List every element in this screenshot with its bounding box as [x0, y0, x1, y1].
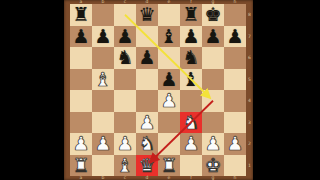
piece-white-knight: ♞	[138, 133, 155, 155]
square-f4[interactable]	[180, 90, 202, 112]
piece-black-pawn: ♟	[116, 25, 133, 47]
square-g3[interactable]	[202, 112, 224, 134]
piece-white-rook: ♜	[160, 154, 177, 176]
rank-labels-right: 87654321	[246, 4, 253, 176]
piece-white-pawn: ♟	[182, 133, 199, 155]
piece-white-pawn: ♟	[226, 133, 243, 155]
piece-white-pawn: ♟	[160, 90, 177, 112]
square-g5[interactable]	[202, 69, 224, 91]
coord-label: 6	[246, 47, 253, 69]
square-c1[interactable]: ♝	[114, 155, 136, 177]
square-a6[interactable]	[70, 47, 92, 69]
square-c8[interactable]	[114, 4, 136, 26]
piece-black-rook: ♜	[72, 4, 89, 26]
piece-black-rook: ♜	[182, 4, 199, 26]
square-c6[interactable]: ♞	[114, 47, 136, 69]
piece-black-pawn: ♟	[138, 47, 155, 69]
coord-label: h	[224, 176, 246, 180]
square-b6[interactable]	[92, 47, 114, 69]
square-a7[interactable]: ♟	[70, 26, 92, 48]
square-d2[interactable]: ♞	[136, 133, 158, 155]
square-c7[interactable]: ♟	[114, 26, 136, 48]
square-b4[interactable]	[92, 90, 114, 112]
square-a5[interactable]	[70, 69, 92, 91]
piece-black-pawn: ♟	[72, 25, 89, 47]
coord-label: 1	[246, 155, 253, 177]
square-f7[interactable]: ♟	[180, 26, 202, 48]
piece-black-bishop: ♝	[160, 25, 177, 47]
square-b5[interactable]: ♝	[92, 69, 114, 91]
piece-white-pawn: ♟	[72, 133, 89, 155]
square-b3[interactable]	[92, 112, 114, 134]
square-f3[interactable]: ♞	[180, 112, 202, 134]
piece-white-pawn: ♟	[116, 133, 133, 155]
square-g1[interactable]: ♚	[202, 155, 224, 177]
square-a4[interactable]	[70, 90, 92, 112]
square-h2[interactable]: ♟	[224, 133, 246, 155]
square-e3[interactable]	[158, 112, 180, 134]
piece-black-pawn: ♟	[204, 25, 221, 47]
square-b2[interactable]: ♟	[92, 133, 114, 155]
square-f1[interactable]	[180, 155, 202, 177]
coord-label: g	[202, 176, 224, 180]
board-grid[interactable]: ♜♛♜♚♟♟♟♝♟♟♟♞♟♞♝♟♝♟♟♞♟♟♟♞♟♟♟♜♝♛♜♚	[70, 4, 246, 176]
piece-black-knight: ♞	[182, 47, 199, 69]
square-h5[interactable]	[224, 69, 246, 91]
square-g6[interactable]	[202, 47, 224, 69]
coord-label: d	[136, 176, 158, 180]
square-b8[interactable]	[92, 4, 114, 26]
square-h6[interactable]	[224, 47, 246, 69]
square-g4[interactable]	[202, 90, 224, 112]
piece-black-pawn: ♟	[226, 25, 243, 47]
piece-black-pawn: ♟	[94, 25, 111, 47]
piece-black-bishop: ♝	[182, 68, 199, 90]
square-d4[interactable]	[136, 90, 158, 112]
coord-label: c	[114, 176, 136, 180]
square-a3[interactable]	[70, 112, 92, 134]
square-c4[interactable]	[114, 90, 136, 112]
piece-white-pawn: ♟	[94, 133, 111, 155]
square-e6[interactable]	[158, 47, 180, 69]
square-h1[interactable]	[224, 155, 246, 177]
chess-board-frame: abcdefgh ♜♛♜♚♟♟♟♝♟♟♟♞♟♞♝♟♝♟♟♞♟♟♟♞♟♟♟♜♝♛♜…	[64, 0, 253, 180]
coord-label: b	[92, 176, 114, 180]
square-c3[interactable]	[114, 112, 136, 134]
square-e4[interactable]: ♟	[158, 90, 180, 112]
piece-white-bishop: ♝	[116, 154, 133, 176]
square-d7[interactable]	[136, 26, 158, 48]
square-d8[interactable]: ♛	[136, 4, 158, 26]
coord-label: 2	[246, 133, 253, 155]
square-g8[interactable]: ♚	[202, 4, 224, 26]
coord-label: 4	[246, 90, 253, 112]
square-h3[interactable]	[224, 112, 246, 134]
square-f6[interactable]: ♞	[180, 47, 202, 69]
square-e7[interactable]: ♝	[158, 26, 180, 48]
coord-label: e	[158, 176, 180, 180]
square-e2[interactable]	[158, 133, 180, 155]
square-e5[interactable]: ♟	[158, 69, 180, 91]
piece-white-king: ♚	[204, 154, 221, 176]
square-d1[interactable]: ♛	[136, 155, 158, 177]
square-h7[interactable]: ♟	[224, 26, 246, 48]
coord-label: a	[70, 176, 92, 180]
piece-white-pawn: ♟	[204, 133, 221, 155]
piece-white-knight: ♞	[182, 111, 199, 133]
coord-label: 8	[246, 4, 253, 26]
square-a1[interactable]: ♜	[70, 155, 92, 177]
square-a2[interactable]: ♟	[70, 133, 92, 155]
coord-label: 7	[246, 26, 253, 48]
square-f8[interactable]: ♜	[180, 4, 202, 26]
background: abcdefgh ♜♛♜♚♟♟♟♝♟♟♟♞♟♞♝♟♝♟♟♞♟♟♟♞♟♟♟♜♝♛♜…	[0, 0, 320, 180]
coord-label: f	[180, 176, 202, 180]
square-b1[interactable]	[92, 155, 114, 177]
square-d5[interactable]	[136, 69, 158, 91]
square-h8[interactable]	[224, 4, 246, 26]
square-h4[interactable]	[224, 90, 246, 112]
piece-black-queen: ♛	[138, 4, 155, 26]
piece-white-pawn: ♟	[138, 111, 155, 133]
piece-black-knight: ♞	[116, 47, 133, 69]
coord-label: 5	[246, 69, 253, 91]
piece-black-pawn: ♟	[182, 25, 199, 47]
square-f2[interactable]: ♟	[180, 133, 202, 155]
square-f5[interactable]: ♝	[180, 69, 202, 91]
square-b7[interactable]: ♟	[92, 26, 114, 48]
piece-black-pawn: ♟	[160, 68, 177, 90]
square-g7[interactable]: ♟	[202, 26, 224, 48]
square-d3[interactable]: ♟	[136, 112, 158, 134]
square-a8[interactable]: ♜	[70, 4, 92, 26]
square-e8[interactable]	[158, 4, 180, 26]
piece-black-king: ♚	[204, 4, 221, 26]
square-d6[interactable]: ♟	[136, 47, 158, 69]
square-g2[interactable]: ♟	[202, 133, 224, 155]
square-c5[interactable]	[114, 69, 136, 91]
coord-label: 3	[246, 112, 253, 134]
square-e1[interactable]: ♜	[158, 155, 180, 177]
piece-white-rook: ♜	[72, 154, 89, 176]
square-c2[interactable]: ♟	[114, 133, 136, 155]
piece-white-bishop: ♝	[94, 68, 111, 90]
file-labels-bottom: abcdefgh	[70, 176, 246, 180]
piece-white-queen: ♛	[138, 154, 155, 176]
